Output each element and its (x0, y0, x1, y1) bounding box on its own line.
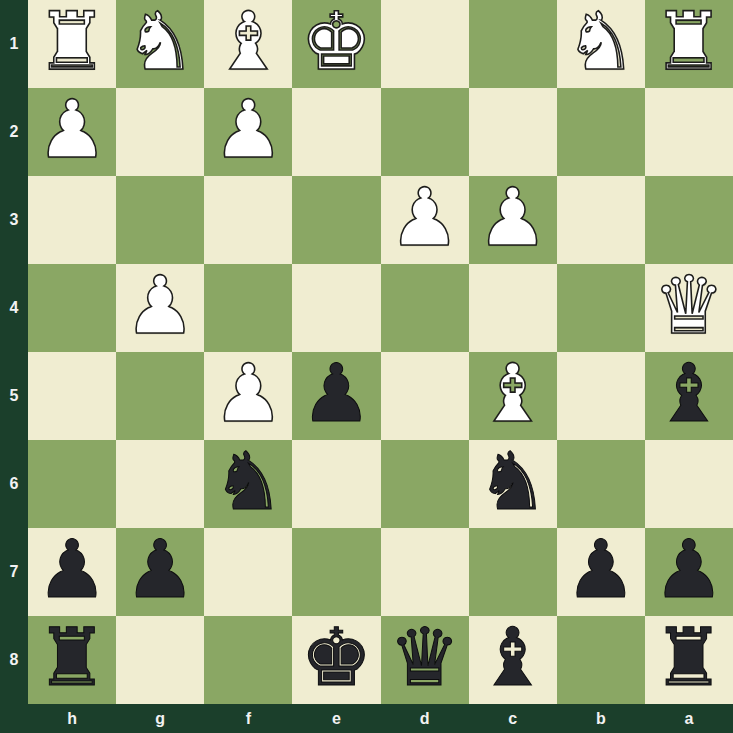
square-c1[interactable] (469, 0, 557, 88)
square-g2[interactable] (116, 88, 204, 176)
square-c4[interactable] (469, 264, 557, 352)
square-g4[interactable]: ♟ (116, 264, 204, 352)
white-pawn-piece[interactable]: ♟ (477, 178, 549, 258)
square-h2[interactable]: ♟ (28, 88, 116, 176)
black-king-piece[interactable]: ♚ (301, 618, 373, 698)
square-h1[interactable]: ♜ (28, 0, 116, 88)
square-e1[interactable]: ♚ (292, 0, 380, 88)
square-e6[interactable] (292, 440, 380, 528)
square-e8[interactable]: ♚ (292, 616, 380, 704)
black-pawn-piece[interactable]: ♟ (653, 530, 725, 610)
square-a4[interactable]: ♛ (645, 264, 733, 352)
black-bishop-piece[interactable]: ♝ (653, 354, 725, 434)
square-h4[interactable] (28, 264, 116, 352)
square-d3[interactable]: ♟ (381, 176, 469, 264)
white-knight-piece[interactable]: ♞ (565, 2, 637, 82)
square-b4[interactable] (557, 264, 645, 352)
square-b7[interactable]: ♟ (557, 528, 645, 616)
square-f7[interactable] (204, 528, 292, 616)
square-e2[interactable] (292, 88, 380, 176)
square-h3[interactable] (28, 176, 116, 264)
white-bishop-piece[interactable]: ♝ (477, 354, 549, 434)
black-rook-piece[interactable]: ♜ (36, 618, 108, 698)
square-g8[interactable] (116, 616, 204, 704)
square-d2[interactable] (381, 88, 469, 176)
square-c3[interactable]: ♟ (469, 176, 557, 264)
square-d1[interactable] (381, 0, 469, 88)
square-f3[interactable] (204, 176, 292, 264)
square-f6[interactable]: ♞ (204, 440, 292, 528)
black-pawn-piece[interactable]: ♟ (124, 530, 196, 610)
square-h5[interactable] (28, 352, 116, 440)
rank-label-4: 4 (0, 264, 28, 352)
file-label-b: b (557, 704, 645, 733)
square-b1[interactable]: ♞ (557, 0, 645, 88)
square-a2[interactable] (645, 88, 733, 176)
square-a8[interactable]: ♜ (645, 616, 733, 704)
square-d7[interactable] (381, 528, 469, 616)
square-h8[interactable]: ♜ (28, 616, 116, 704)
square-f8[interactable] (204, 616, 292, 704)
rank-label-8: 8 (0, 616, 28, 704)
chess-board: 1♜♞♝♚♞♜2♟♟3♟♟4♟♛5♟♟♝♝6♞♞7♟♟♟♟8♜♚♛♝♜hgfed… (0, 0, 733, 733)
square-c8[interactable]: ♝ (469, 616, 557, 704)
square-h7[interactable]: ♟ (28, 528, 116, 616)
white-bishop-piece[interactable]: ♝ (212, 2, 284, 82)
square-e7[interactable] (292, 528, 380, 616)
black-pawn-piece[interactable]: ♟ (301, 354, 373, 434)
square-h6[interactable] (28, 440, 116, 528)
file-label-a: a (645, 704, 733, 733)
white-pawn-piece[interactable]: ♟ (124, 266, 196, 346)
square-d4[interactable] (381, 264, 469, 352)
square-b6[interactable] (557, 440, 645, 528)
square-f1[interactable]: ♝ (204, 0, 292, 88)
square-g7[interactable]: ♟ (116, 528, 204, 616)
square-b8[interactable] (557, 616, 645, 704)
square-a1[interactable]: ♜ (645, 0, 733, 88)
square-c7[interactable] (469, 528, 557, 616)
black-rook-piece[interactable]: ♜ (653, 618, 725, 698)
rank-label-3: 3 (0, 176, 28, 264)
file-label-f: f (204, 704, 292, 733)
square-b2[interactable] (557, 88, 645, 176)
black-pawn-piece[interactable]: ♟ (36, 530, 108, 610)
black-knight-piece[interactable]: ♞ (212, 442, 284, 522)
square-c5[interactable]: ♝ (469, 352, 557, 440)
square-e5[interactable]: ♟ (292, 352, 380, 440)
square-b3[interactable] (557, 176, 645, 264)
rank-label-1: 1 (0, 0, 28, 88)
square-e3[interactable] (292, 176, 380, 264)
white-pawn-piece[interactable]: ♟ (389, 178, 461, 258)
square-a5[interactable]: ♝ (645, 352, 733, 440)
file-label-c: c (469, 704, 557, 733)
square-a6[interactable] (645, 440, 733, 528)
square-b5[interactable] (557, 352, 645, 440)
square-f4[interactable] (204, 264, 292, 352)
square-e4[interactable] (292, 264, 380, 352)
square-d8[interactable]: ♛ (381, 616, 469, 704)
black-pawn-piece[interactable]: ♟ (565, 530, 637, 610)
white-rook-piece[interactable]: ♜ (653, 2, 725, 82)
square-g6[interactable] (116, 440, 204, 528)
white-queen-piece[interactable]: ♛ (653, 266, 725, 346)
black-bishop-piece[interactable]: ♝ (477, 618, 549, 698)
square-c6[interactable]: ♞ (469, 440, 557, 528)
square-g1[interactable]: ♞ (116, 0, 204, 88)
file-label-e: e (292, 704, 380, 733)
file-label-h: h (28, 704, 116, 733)
white-pawn-piece[interactable]: ♟ (212, 354, 284, 434)
rank-label-7: 7 (0, 528, 28, 616)
rank-label-2: 2 (0, 88, 28, 176)
white-pawn-piece[interactable]: ♟ (212, 90, 284, 170)
rank-label-6: 6 (0, 440, 28, 528)
square-a7[interactable]: ♟ (645, 528, 733, 616)
file-label-g: g (116, 704, 204, 733)
white-knight-piece[interactable]: ♞ (124, 2, 196, 82)
square-f2[interactable]: ♟ (204, 88, 292, 176)
white-pawn-piece[interactable]: ♟ (36, 90, 108, 170)
white-king-piece[interactable]: ♚ (301, 2, 373, 82)
square-a3[interactable] (645, 176, 733, 264)
square-c2[interactable] (469, 88, 557, 176)
square-g3[interactable] (116, 176, 204, 264)
black-knight-piece[interactable]: ♞ (477, 442, 549, 522)
white-rook-piece[interactable]: ♜ (36, 2, 108, 82)
file-label-d: d (381, 704, 469, 733)
rank-label-5: 5 (0, 352, 28, 440)
black-queen-piece[interactable]: ♛ (389, 618, 461, 698)
square-g5[interactable] (116, 352, 204, 440)
board-corner (0, 704, 28, 733)
square-d5[interactable] (381, 352, 469, 440)
square-f5[interactable]: ♟ (204, 352, 292, 440)
square-d6[interactable] (381, 440, 469, 528)
